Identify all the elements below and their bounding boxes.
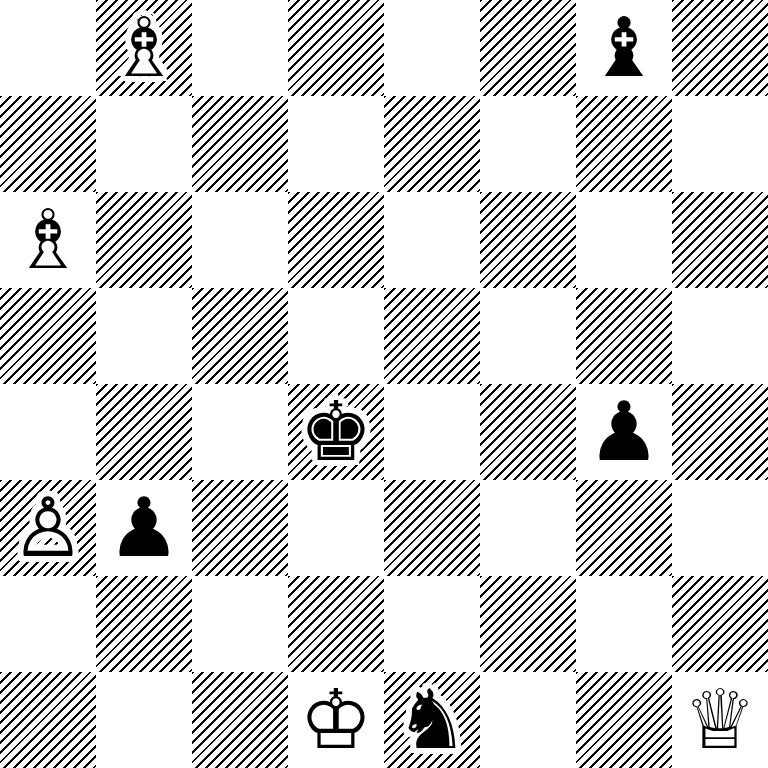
- square-h6[interactable]: [672, 192, 768, 288]
- square-a3[interactable]: ♙: [0, 480, 96, 576]
- square-c1[interactable]: [192, 672, 288, 768]
- square-e5[interactable]: [384, 288, 480, 384]
- square-f4[interactable]: [480, 384, 576, 480]
- square-g8[interactable]: ♝: [576, 0, 672, 96]
- square-g4[interactable]: ♟: [576, 384, 672, 480]
- square-c5[interactable]: [192, 288, 288, 384]
- square-g3[interactable]: [576, 480, 672, 576]
- square-c7[interactable]: [192, 96, 288, 192]
- square-b5[interactable]: [96, 288, 192, 384]
- square-d3[interactable]: [288, 480, 384, 576]
- square-b1[interactable]: [96, 672, 192, 768]
- square-a5[interactable]: [0, 288, 96, 384]
- piece-white-queen[interactable]: ♕: [683, 679, 757, 761]
- piece-white-pawn[interactable]: ♙: [11, 487, 85, 569]
- square-h3[interactable]: [672, 480, 768, 576]
- square-b8[interactable]: ♗: [96, 0, 192, 96]
- square-f2[interactable]: [480, 576, 576, 672]
- square-h2[interactable]: [672, 576, 768, 672]
- square-a2[interactable]: [0, 576, 96, 672]
- square-b7[interactable]: [96, 96, 192, 192]
- piece-black-king[interactable]: ♚: [299, 391, 373, 473]
- square-h7[interactable]: [672, 96, 768, 192]
- piece-white-bishop[interactable]: ♗: [11, 199, 85, 281]
- square-a8[interactable]: [0, 0, 96, 96]
- square-e2[interactable]: [384, 576, 480, 672]
- square-d8[interactable]: [288, 0, 384, 96]
- piece-black-pawn[interactable]: ♟: [107, 487, 181, 569]
- piece-black-pawn[interactable]: ♟: [587, 391, 661, 473]
- square-a1[interactable]: [0, 672, 96, 768]
- square-d5[interactable]: [288, 288, 384, 384]
- piece-black-bishop[interactable]: ♝: [587, 7, 661, 89]
- square-d7[interactable]: [288, 96, 384, 192]
- square-f6[interactable]: [480, 192, 576, 288]
- square-h5[interactable]: [672, 288, 768, 384]
- square-b2[interactable]: [96, 576, 192, 672]
- square-b3[interactable]: ♟: [96, 480, 192, 576]
- square-f8[interactable]: [480, 0, 576, 96]
- square-g5[interactable]: [576, 288, 672, 384]
- square-f1[interactable]: [480, 672, 576, 768]
- square-c2[interactable]: [192, 576, 288, 672]
- square-e7[interactable]: [384, 96, 480, 192]
- square-b4[interactable]: [96, 384, 192, 480]
- square-f7[interactable]: [480, 96, 576, 192]
- square-c3[interactable]: [192, 480, 288, 576]
- square-b6[interactable]: [96, 192, 192, 288]
- square-g2[interactable]: [576, 576, 672, 672]
- square-a4[interactable]: [0, 384, 96, 480]
- piece-white-bishop[interactable]: ♗: [107, 7, 181, 89]
- square-f5[interactable]: [480, 288, 576, 384]
- square-e4[interactable]: [384, 384, 480, 480]
- square-a6[interactable]: ♗: [0, 192, 96, 288]
- square-g7[interactable]: [576, 96, 672, 192]
- chess-board: ♗♝♗♚♟♙♟♔♞♕: [0, 0, 768, 768]
- square-h8[interactable]: [672, 0, 768, 96]
- piece-black-knight[interactable]: ♞: [395, 679, 469, 761]
- square-d4[interactable]: ♚: [288, 384, 384, 480]
- piece-white-king[interactable]: ♔: [299, 679, 373, 761]
- square-h4[interactable]: [672, 384, 768, 480]
- square-e3[interactable]: [384, 480, 480, 576]
- square-d6[interactable]: [288, 192, 384, 288]
- square-e6[interactable]: [384, 192, 480, 288]
- square-e1[interactable]: ♞: [384, 672, 480, 768]
- square-c8[interactable]: [192, 0, 288, 96]
- square-d2[interactable]: [288, 576, 384, 672]
- square-c6[interactable]: [192, 192, 288, 288]
- square-e8[interactable]: [384, 0, 480, 96]
- square-d1[interactable]: ♔: [288, 672, 384, 768]
- square-g1[interactable]: [576, 672, 672, 768]
- square-f3[interactable]: [480, 480, 576, 576]
- square-h1[interactable]: ♕: [672, 672, 768, 768]
- square-a7[interactable]: [0, 96, 96, 192]
- square-c4[interactable]: [192, 384, 288, 480]
- square-g6[interactable]: [576, 192, 672, 288]
